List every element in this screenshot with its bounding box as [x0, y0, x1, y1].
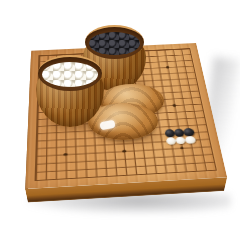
- go-stone-white: [165, 137, 177, 146]
- go-stone-black: [183, 128, 195, 136]
- white-stones-pile: [42, 62, 98, 87]
- go-stone-white: [175, 136, 187, 145]
- hoshi-point: [64, 153, 68, 156]
- go-stone-white: [184, 136, 196, 145]
- black-bowl-mouth: [85, 25, 144, 59]
- black-stones-pile: [89, 32, 140, 55]
- hoshi-point: [166, 66, 170, 69]
- white-stone-bowl: [36, 55, 104, 127]
- hoshi-point: [180, 146, 184, 149]
- white-bowl-mouth: [38, 55, 102, 91]
- go-set-photo: [0, 0, 240, 240]
- hoshi-point: [172, 104, 176, 107]
- go-stone-black: [174, 129, 185, 137]
- hoshi-point: [122, 150, 126, 153]
